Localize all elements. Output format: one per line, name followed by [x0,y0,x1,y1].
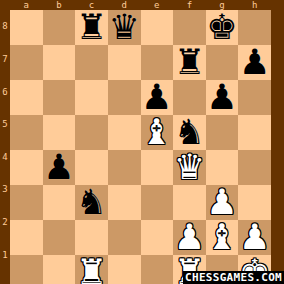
square-f8[interactable] [173,10,206,45]
square-e5[interactable]: ♝ [141,115,174,150]
square-b5[interactable] [43,115,76,150]
square-e6[interactable]: ♟ [141,80,174,115]
square-g7[interactable] [206,45,239,80]
square-d3[interactable] [108,185,141,220]
square-e3[interactable] [141,185,174,220]
square-a6[interactable] [10,80,43,115]
piece-black-pawn-b4[interactable]: ♟ [43,150,74,185]
piece-white-pawn-f2[interactable]: ♟ [174,220,205,255]
square-a2[interactable] [10,220,43,255]
square-c2[interactable] [75,220,108,255]
file-label-a: a [10,0,43,10]
square-d1[interactable] [108,255,141,284]
piece-black-knight-c3[interactable]: ♞ [76,185,107,220]
square-h6[interactable] [238,80,271,115]
piece-black-pawn-h7[interactable]: ♟ [239,45,270,80]
piece-white-pawn-h2[interactable]: ♟ [239,220,270,255]
square-g5[interactable] [206,115,239,150]
square-b7[interactable] [43,45,76,80]
rank-label-5: 5 [0,108,10,141]
square-b1[interactable] [43,255,76,284]
square-f4[interactable]: ♛ [173,150,206,185]
rank-label-3: 3 [0,173,10,206]
square-h3[interactable] [238,185,271,220]
square-c8[interactable]: ♜ [75,10,108,45]
square-h5[interactable] [238,115,271,150]
file-label-h: h [238,0,271,10]
square-h4[interactable] [238,150,271,185]
square-e7[interactable] [141,45,174,80]
square-d8[interactable]: ♛ [108,10,141,45]
square-a4[interactable] [10,150,43,185]
square-a7[interactable] [10,45,43,80]
square-f3[interactable] [173,185,206,220]
square-e2[interactable] [141,220,174,255]
square-b4[interactable]: ♟ [43,150,76,185]
square-f6[interactable] [173,80,206,115]
rank-label-1: 1 [0,238,10,271]
square-d6[interactable] [108,80,141,115]
square-f5[interactable]: ♞ [173,115,206,150]
square-c7[interactable] [75,45,108,80]
square-a1[interactable] [10,255,43,284]
rank-labels: 87654321 [0,10,10,271]
file-label-f: f [173,0,206,10]
square-b2[interactable] [43,220,76,255]
square-a3[interactable] [10,185,43,220]
piece-black-queen-d8[interactable]: ♛ [108,10,139,45]
square-g3[interactable]: ♟ [206,185,239,220]
square-g8[interactable]: ♚ [206,10,239,45]
square-h8[interactable] [238,10,271,45]
square-f2[interactable]: ♟ [173,220,206,255]
square-d2[interactable] [108,220,141,255]
square-b8[interactable] [43,10,76,45]
rank-label-7: 7 [0,43,10,76]
square-h2[interactable]: ♟ [238,220,271,255]
square-b3[interactable] [43,185,76,220]
chess-board: ♜♛♚♜♟♟♟♝♞♟♛♞♟♟♝♟♜♜♚ [10,10,271,271]
file-label-b: b [43,0,76,10]
piece-black-knight-f5[interactable]: ♞ [174,115,205,150]
rank-label-2: 2 [0,206,10,239]
square-c1[interactable]: ♜ [75,255,108,284]
piece-white-pawn-g3[interactable]: ♟ [206,185,237,220]
square-c6[interactable] [75,80,108,115]
square-c4[interactable] [75,150,108,185]
square-c5[interactable] [75,115,108,150]
rank-label-4: 4 [0,141,10,174]
square-h7[interactable]: ♟ [238,45,271,80]
square-e4[interactable] [141,150,174,185]
square-d5[interactable] [108,115,141,150]
piece-white-bishop-g2[interactable]: ♝ [206,220,237,255]
square-g6[interactable]: ♟ [206,80,239,115]
piece-black-king-g8[interactable]: ♚ [206,10,237,45]
piece-black-pawn-g6[interactable]: ♟ [206,80,237,115]
piece-white-queen-f4[interactable]: ♛ [174,150,205,185]
rank-label-6: 6 [0,75,10,108]
square-a8[interactable] [10,10,43,45]
board-frame: abcdefgh 87654321 ♜♛♚♜♟♟♟♝♞♟♛♞♟♟♝♟♜♜♚ CH… [0,0,284,284]
square-a5[interactable] [10,115,43,150]
square-d4[interactable] [108,150,141,185]
square-e1[interactable] [141,255,174,284]
square-e8[interactable] [141,10,174,45]
square-c3[interactable]: ♞ [75,185,108,220]
square-g2[interactable]: ♝ [206,220,239,255]
square-f7[interactable]: ♜ [173,45,206,80]
piece-black-pawn-e6[interactable]: ♟ [141,80,172,115]
site-watermark: CHESSGAMES.COM [183,271,284,284]
piece-black-rook-c8[interactable]: ♜ [76,10,107,45]
square-g4[interactable] [206,150,239,185]
file-label-e: e [141,0,174,10]
square-d7[interactable] [108,45,141,80]
square-b6[interactable] [43,80,76,115]
piece-white-rook-c1[interactable]: ♜ [76,255,107,284]
piece-white-bishop-e5[interactable]: ♝ [141,115,172,150]
rank-label-8: 8 [0,10,10,43]
piece-black-rook-f7[interactable]: ♜ [174,45,205,80]
